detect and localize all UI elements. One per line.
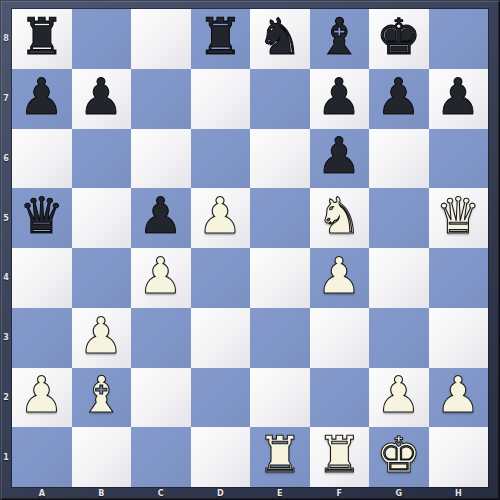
square-c4[interactable]: ♟ <box>131 248 191 308</box>
black-pawn-h7[interactable]: ♟ <box>436 72 481 122</box>
square-h7[interactable]: ♟ <box>429 69 489 129</box>
square-e5[interactable] <box>250 188 310 248</box>
file-label-f: F <box>310 487 370 500</box>
square-a8[interactable]: ♜ <box>12 9 72 69</box>
square-e3[interactable] <box>250 308 310 368</box>
square-f5[interactable]: ♞ <box>310 188 370 248</box>
square-d4[interactable] <box>191 248 251 308</box>
square-h6[interactable] <box>429 129 489 189</box>
square-c2[interactable] <box>131 368 191 428</box>
square-e6[interactable] <box>250 129 310 189</box>
square-f6[interactable]: ♟ <box>310 129 370 189</box>
file-label-g: G <box>369 487 429 500</box>
square-g1[interactable]: ♚ <box>369 427 429 487</box>
file-label-b: B <box>72 487 132 500</box>
square-b3[interactable]: ♟ <box>72 308 132 368</box>
square-d1[interactable] <box>191 427 251 487</box>
rank-label-3: 3 <box>0 308 12 368</box>
square-f3[interactable] <box>310 308 370 368</box>
square-a1[interactable] <box>12 427 72 487</box>
rank-label-6: 6 <box>0 129 12 189</box>
square-a5[interactable]: ♛ <box>12 188 72 248</box>
square-d6[interactable] <box>191 129 251 189</box>
black-king-g8[interactable]: ♚ <box>376 12 421 62</box>
white-king-g1[interactable]: ♚ <box>376 430 421 480</box>
square-g6[interactable] <box>369 129 429 189</box>
square-d2[interactable] <box>191 368 251 428</box>
black-rook-a8[interactable]: ♜ <box>19 12 64 62</box>
white-rook-e1[interactable]: ♜ <box>257 430 302 480</box>
black-pawn-g7[interactable]: ♟ <box>376 72 421 122</box>
square-g4[interactable] <box>369 248 429 308</box>
white-pawn-c4[interactable]: ♟ <box>138 251 183 301</box>
square-g7[interactable]: ♟ <box>369 69 429 129</box>
black-bishop-f8[interactable]: ♝ <box>317 12 362 62</box>
square-h3[interactable] <box>429 308 489 368</box>
white-pawn-b3[interactable]: ♟ <box>79 311 124 361</box>
square-a6[interactable] <box>12 129 72 189</box>
file-label-a: A <box>12 487 72 500</box>
square-g2[interactable]: ♟ <box>369 368 429 428</box>
file-label-d: D <box>191 487 251 500</box>
square-h4[interactable] <box>429 248 489 308</box>
file-labels: ABCDEFGH <box>12 487 488 500</box>
square-c3[interactable] <box>131 308 191 368</box>
square-d8[interactable]: ♜ <box>191 9 251 69</box>
square-b7[interactable]: ♟ <box>72 69 132 129</box>
square-c1[interactable] <box>131 427 191 487</box>
square-a7[interactable]: ♟ <box>12 69 72 129</box>
square-f4[interactable]: ♟ <box>310 248 370 308</box>
black-knight-e8[interactable]: ♞ <box>257 12 302 62</box>
square-e1[interactable]: ♜ <box>250 427 310 487</box>
square-f2[interactable] <box>310 368 370 428</box>
rank-label-8: 8 <box>0 9 12 69</box>
square-b2[interactable]: ♝ <box>72 368 132 428</box>
square-e2[interactable] <box>250 368 310 428</box>
square-h8[interactable] <box>429 9 489 69</box>
square-b1[interactable] <box>72 427 132 487</box>
square-e4[interactable] <box>250 248 310 308</box>
square-b8[interactable] <box>72 9 132 69</box>
square-e8[interactable]: ♞ <box>250 9 310 69</box>
rank-label-5: 5 <box>0 188 12 248</box>
square-a4[interactable] <box>12 248 72 308</box>
square-b5[interactable] <box>72 188 132 248</box>
rank-label-4: 4 <box>0 248 12 308</box>
file-label-h: H <box>429 487 489 500</box>
rank-labels: 87654321 <box>0 9 12 487</box>
white-knight-f5[interactable]: ♞ <box>317 191 362 241</box>
rank-label-1: 1 <box>0 427 12 487</box>
square-g8[interactable]: ♚ <box>369 9 429 69</box>
black-queen-a5[interactable]: ♛ <box>19 191 64 241</box>
square-h5[interactable]: ♛ <box>429 188 489 248</box>
black-rook-d8[interactable]: ♜ <box>198 12 243 62</box>
square-d3[interactable] <box>191 308 251 368</box>
square-g5[interactable] <box>369 188 429 248</box>
square-c7[interactable] <box>131 69 191 129</box>
white-pawn-d5[interactable]: ♟ <box>198 191 243 241</box>
square-b6[interactable] <box>72 129 132 189</box>
square-c5[interactable]: ♟ <box>131 188 191 248</box>
chess-board-frame: 87654321 ABCDEFGH ♜♜♞♝♚♟♟♟♟♟♟♛♟♟♞♛♟♟♟♟♝♟… <box>0 0 500 500</box>
square-f7[interactable]: ♟ <box>310 69 370 129</box>
square-f8[interactable]: ♝ <box>310 9 370 69</box>
square-b4[interactable] <box>72 248 132 308</box>
white-bishop-b2[interactable]: ♝ <box>79 370 124 420</box>
white-pawn-a2[interactable]: ♟ <box>19 370 64 420</box>
white-queen-h5[interactable]: ♛ <box>436 191 481 241</box>
square-c8[interactable] <box>131 9 191 69</box>
square-f1[interactable]: ♜ <box>310 427 370 487</box>
square-d5[interactable]: ♟ <box>191 188 251 248</box>
chess-board[interactable]: ♜♜♞♝♚♟♟♟♟♟♟♛♟♟♞♛♟♟♟♟♝♟♟♜♜♚ <box>12 9 488 487</box>
white-rook-f1[interactable]: ♜ <box>317 430 362 480</box>
black-pawn-f7[interactable]: ♟ <box>317 72 362 122</box>
square-h2[interactable]: ♟ <box>429 368 489 428</box>
black-pawn-b7[interactable]: ♟ <box>79 72 124 122</box>
file-label-e: E <box>250 487 310 500</box>
square-e7[interactable] <box>250 69 310 129</box>
black-pawn-a7[interactable]: ♟ <box>19 72 64 122</box>
rank-label-2: 2 <box>0 368 12 428</box>
square-g3[interactable] <box>369 308 429 368</box>
rank-label-7: 7 <box>0 69 12 129</box>
square-a2[interactable]: ♟ <box>12 368 72 428</box>
square-c6[interactable] <box>131 129 191 189</box>
square-h1[interactable] <box>429 427 489 487</box>
black-pawn-f6[interactable]: ♟ <box>317 131 362 181</box>
file-label-c: C <box>131 487 191 500</box>
square-d7[interactable] <box>191 69 251 129</box>
white-pawn-h2[interactable]: ♟ <box>436 370 481 420</box>
black-pawn-c5[interactable]: ♟ <box>138 191 183 241</box>
white-pawn-g2[interactable]: ♟ <box>376 370 421 420</box>
square-a3[interactable] <box>12 308 72 368</box>
white-pawn-f4[interactable]: ♟ <box>317 251 362 301</box>
